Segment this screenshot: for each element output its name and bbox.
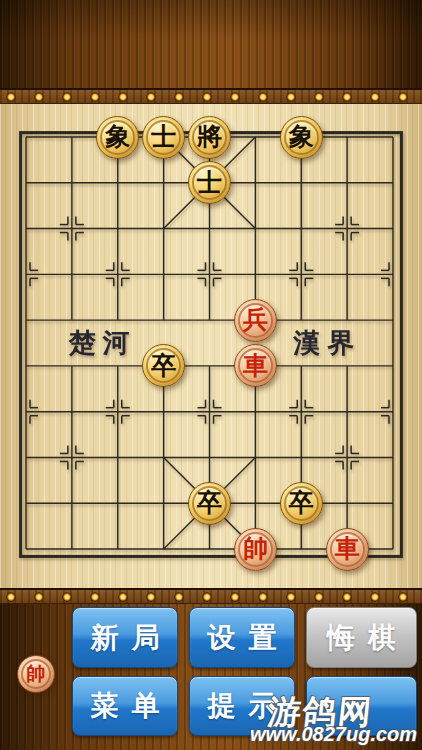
piece-black-soldier[interactable]: 卒 [188, 482, 231, 525]
river-label-right: 漢界 [292, 328, 361, 358]
piece-black-elephant[interactable]: 象 [96, 116, 139, 159]
top-rivet-rail [0, 88, 422, 104]
piece-red-soldier[interactable]: 兵 [234, 299, 277, 342]
bottom-rivet-rail [0, 588, 422, 604]
top-wood-panel [0, 0, 422, 90]
undo-button[interactable]: 悔棋 [306, 607, 417, 668]
settings-button[interactable]: 设置 [189, 607, 295, 668]
piece-red-chariot[interactable]: 車 [234, 344, 277, 387]
river-label-left: 楚河 [68, 328, 137, 358]
piece-black-general[interactable]: 將 [188, 116, 231, 159]
menu-button[interactable]: 菜单 [72, 676, 178, 736]
piece-black-advisor[interactable]: 士 [142, 116, 185, 159]
piece-red-chariot[interactable]: 車 [326, 528, 369, 571]
xiangqi-board[interactable]: 楚河漢界象士將象士兵卒車卒卒帥車 [19, 131, 403, 558]
piece-black-elephant[interactable]: 象 [280, 116, 323, 159]
turn-indicator-red-general: 帥 [17, 655, 55, 693]
watermark-url: www.0827ug.com [250, 723, 417, 746]
new-game-button[interactable]: 新局 [72, 607, 178, 668]
piece-red-general[interactable]: 帥 [234, 528, 277, 571]
piece-black-soldier[interactable]: 卒 [280, 482, 323, 525]
piece-black-advisor[interactable]: 士 [188, 161, 231, 204]
